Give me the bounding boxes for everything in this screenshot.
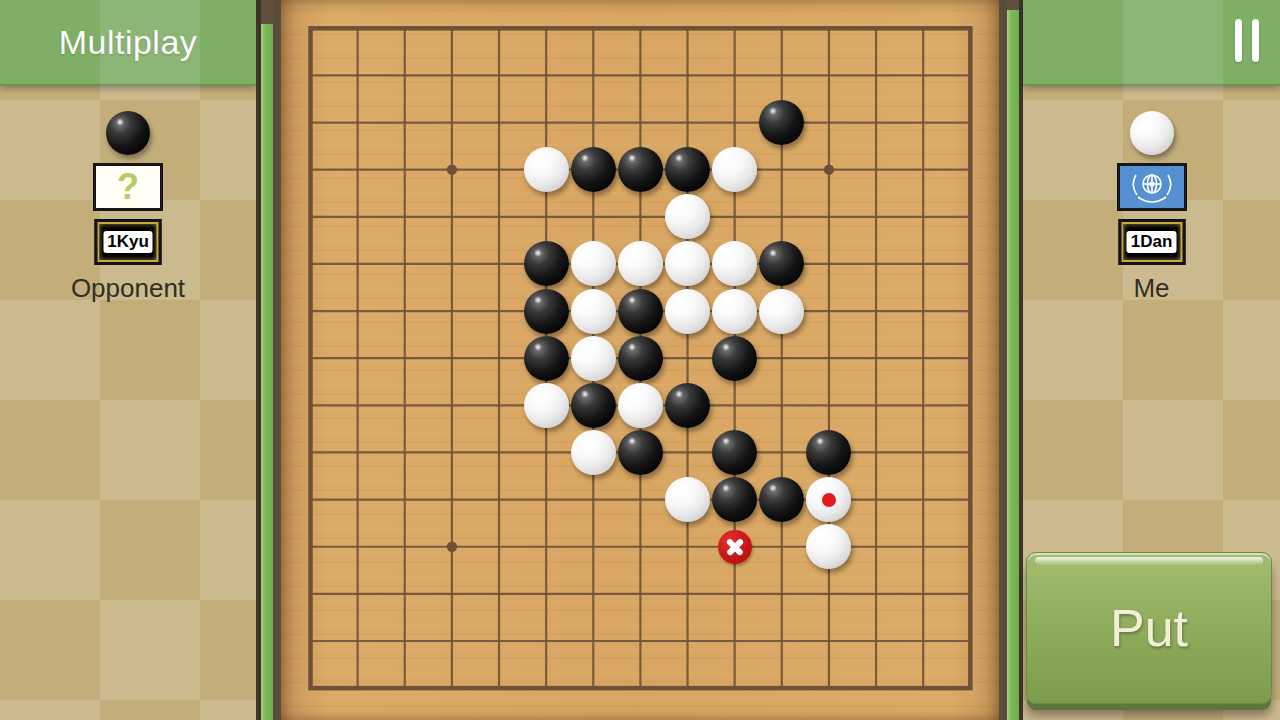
right-rail-cap bbox=[1007, 0, 1019, 10]
right-header bbox=[1023, 0, 1280, 86]
left-header: Multiplay bbox=[0, 0, 256, 86]
question-mark-icon: ? bbox=[117, 169, 139, 205]
black-stone bbox=[618, 430, 663, 475]
white-stone bbox=[665, 241, 710, 286]
white-stone-icon bbox=[1130, 111, 1174, 155]
right-board-edge bbox=[999, 0, 1007, 720]
un-flag-icon bbox=[1123, 167, 1181, 207]
black-stone bbox=[712, 336, 757, 381]
white-stone bbox=[665, 477, 710, 522]
black-stone bbox=[618, 336, 663, 381]
put-button[interactable]: Put bbox=[1026, 552, 1272, 704]
white-stone bbox=[759, 289, 804, 334]
last-move-dot bbox=[822, 493, 836, 507]
black-stone bbox=[524, 336, 569, 381]
white-stone bbox=[712, 289, 757, 334]
me-avatar bbox=[1117, 163, 1187, 211]
black-stone bbox=[759, 477, 804, 522]
black-stone bbox=[712, 430, 757, 475]
white-stone bbox=[571, 289, 616, 334]
black-stone bbox=[665, 147, 710, 192]
pause-icon bbox=[1252, 19, 1259, 62]
white-stone bbox=[665, 194, 710, 239]
opponent-avatar: ? bbox=[93, 163, 163, 211]
me-rank: 1Dan bbox=[1127, 231, 1177, 253]
white-stone bbox=[524, 147, 569, 192]
white-stone bbox=[665, 289, 710, 334]
go-board bbox=[281, 0, 999, 720]
stone-grid[interactable] bbox=[287, 5, 994, 712]
left-player-panel: Multiplay ? 1Kyu Opponent bbox=[0, 0, 256, 720]
me-rank-badge: 1Dan bbox=[1118, 219, 1185, 265]
black-stone bbox=[759, 241, 804, 286]
opponent-label: Opponent bbox=[0, 273, 256, 304]
black-stone bbox=[712, 477, 757, 522]
white-stone bbox=[524, 383, 569, 428]
black-stone bbox=[618, 147, 663, 192]
black-stone bbox=[759, 100, 804, 145]
pause-button[interactable] bbox=[1235, 19, 1259, 62]
black-stone-icon bbox=[106, 111, 150, 155]
black-stone bbox=[618, 289, 663, 334]
black-stone bbox=[665, 383, 710, 428]
left-rail bbox=[261, 0, 273, 720]
white-stone bbox=[712, 241, 757, 286]
app-title: Multiplay bbox=[0, 0, 256, 84]
white-stone bbox=[571, 241, 616, 286]
black-stone bbox=[806, 430, 851, 475]
forbidden-point-marker bbox=[718, 530, 752, 564]
white-stone bbox=[806, 524, 851, 569]
opponent-rank: 1Kyu bbox=[103, 231, 153, 253]
left-rail-cap bbox=[261, 0, 273, 24]
black-stone bbox=[571, 147, 616, 192]
app-window: Multiplay ? 1Kyu Opponent bbox=[0, 0, 1280, 720]
white-stone bbox=[712, 147, 757, 192]
black-stone bbox=[524, 241, 569, 286]
right-rail bbox=[1007, 0, 1019, 720]
black-stone bbox=[524, 289, 569, 334]
black-stone bbox=[571, 383, 616, 428]
left-board-edge bbox=[273, 0, 281, 720]
me-label: Me bbox=[1023, 273, 1280, 304]
right-player-panel: 1Dan Me Put bbox=[1023, 0, 1280, 720]
white-stone bbox=[571, 430, 616, 475]
white-stone bbox=[618, 383, 663, 428]
opponent-rank-badge: 1Kyu bbox=[95, 219, 162, 265]
white-stone bbox=[618, 241, 663, 286]
pause-icon bbox=[1235, 19, 1242, 62]
white-stone bbox=[571, 336, 616, 381]
